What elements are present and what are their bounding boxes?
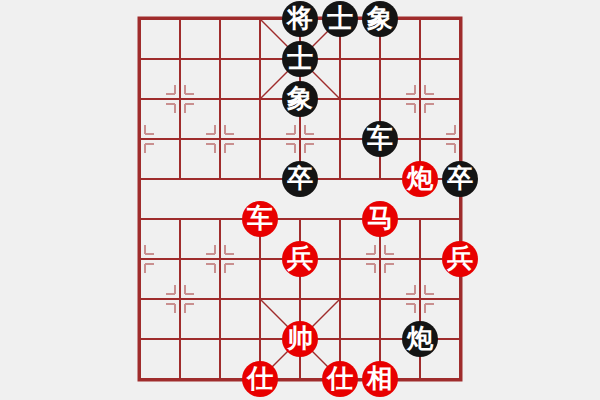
black-general[interactable]: 将 [282, 1, 318, 37]
red-cannon[interactable]: 炮 [402, 161, 438, 197]
black-advisor[interactable]: 士 [322, 1, 358, 37]
black-pawn[interactable]: 卒 [442, 161, 478, 197]
red-king[interactable]: 帅 [282, 321, 318, 357]
xiangqi-screenshot: 将士象士象车卒炮卒车马兵兵帅炮仕仕相 [0, 0, 600, 400]
black-cannon[interactable]: 炮 [402, 321, 438, 357]
xiangqi-board: 将士象士象车卒炮卒车马兵兵帅炮仕仕相 [120, 0, 480, 399]
red-pawn[interactable]: 兵 [282, 241, 318, 277]
black-elephant[interactable]: 象 [362, 1, 398, 37]
black-chariot[interactable]: 车 [362, 121, 398, 157]
black-pawn[interactable]: 卒 [282, 161, 318, 197]
red-pawn[interactable]: 兵 [442, 241, 478, 277]
black-advisor[interactable]: 士 [282, 41, 318, 77]
black-elephant[interactable]: 象 [282, 81, 318, 117]
red-horse[interactable]: 马 [362, 201, 398, 237]
red-chariot[interactable]: 车 [242, 201, 278, 237]
red-advisor[interactable]: 仕 [242, 361, 278, 397]
red-elephant[interactable]: 相 [362, 361, 398, 397]
red-advisor[interactable]: 仕 [322, 361, 358, 397]
